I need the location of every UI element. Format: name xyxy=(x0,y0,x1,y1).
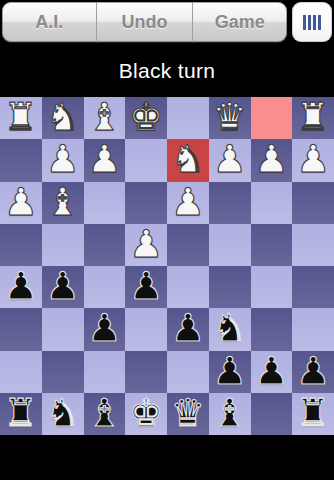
square-b8[interactable] xyxy=(251,393,293,435)
square-g5[interactable]: ♟ xyxy=(42,266,84,308)
toolbar: A.I. Undo Game xyxy=(0,0,334,44)
black-pawn: ♟ xyxy=(254,352,288,390)
ai-button[interactable]: A.I. xyxy=(2,2,97,42)
black-bishop: ♝ xyxy=(213,394,247,432)
square-c8[interactable]: ♝ xyxy=(209,393,251,435)
square-d1[interactable] xyxy=(167,97,209,139)
square-c4[interactable] xyxy=(209,224,251,266)
square-e4[interactable]: ♟ xyxy=(125,224,167,266)
black-bishop: ♝ xyxy=(87,394,121,432)
white-king: ♚ xyxy=(129,98,163,136)
square-b6[interactable] xyxy=(251,308,293,350)
white-queen: ♛ xyxy=(213,98,247,136)
black-pawn: ♟ xyxy=(4,267,38,305)
square-h2[interactable] xyxy=(0,139,42,181)
square-a7[interactable]: ♟ xyxy=(292,351,334,393)
square-g4[interactable] xyxy=(42,224,84,266)
square-h1[interactable]: ♜ xyxy=(0,97,42,139)
square-h3[interactable]: ♟ xyxy=(0,182,42,224)
square-c5[interactable] xyxy=(209,266,251,308)
chess-board: ♜♞♝♚♛♜♟♟♞♟♟♟♟♝♟♟♟♟♟♟♟♞♟♟♟♜♞♝♚♛♝♜ xyxy=(0,97,334,435)
square-f3[interactable] xyxy=(84,182,126,224)
square-f8[interactable]: ♝ xyxy=(84,393,126,435)
white-pawn: ♟ xyxy=(87,140,121,178)
square-f7[interactable] xyxy=(84,351,126,393)
move-list-button[interactable] xyxy=(292,2,332,42)
black-knight: ♞ xyxy=(213,309,247,347)
square-b4[interactable] xyxy=(251,224,293,266)
toolbar-segmented-control: A.I. Undo Game xyxy=(2,2,287,42)
white-pawn: ♟ xyxy=(4,183,38,221)
undo-button[interactable]: Undo xyxy=(97,2,192,42)
square-f4[interactable] xyxy=(84,224,126,266)
bottom-filler xyxy=(0,435,334,480)
square-c3[interactable] xyxy=(209,182,251,224)
square-e7[interactable] xyxy=(125,351,167,393)
square-a6[interactable] xyxy=(292,308,334,350)
square-e2[interactable] xyxy=(125,139,167,181)
square-h4[interactable] xyxy=(0,224,42,266)
black-pawn: ♟ xyxy=(296,352,330,390)
status-bar: Black turn xyxy=(0,44,334,97)
white-knight: ♞ xyxy=(46,98,80,136)
square-h7[interactable] xyxy=(0,351,42,393)
move-list-bars-icon xyxy=(303,15,321,30)
black-pawn: ♟ xyxy=(46,267,80,305)
square-b1[interactable] xyxy=(251,97,293,139)
square-c6[interactable]: ♞ xyxy=(209,308,251,350)
turn-indicator: Black turn xyxy=(119,59,215,83)
square-b7[interactable]: ♟ xyxy=(251,351,293,393)
white-pawn: ♟ xyxy=(171,183,205,221)
square-a2[interactable]: ♟ xyxy=(292,139,334,181)
square-c7[interactable]: ♟ xyxy=(209,351,251,393)
square-h6[interactable] xyxy=(0,308,42,350)
square-h5[interactable]: ♟ xyxy=(0,266,42,308)
white-pawn: ♟ xyxy=(296,140,330,178)
square-a4[interactable] xyxy=(292,224,334,266)
square-f2[interactable]: ♟ xyxy=(84,139,126,181)
black-pawn: ♟ xyxy=(129,267,163,305)
white-pawn: ♟ xyxy=(129,225,163,263)
square-b2[interactable]: ♟ xyxy=(251,139,293,181)
app-screen: A.I. Undo Game Black turn ♜♞♝♚♛♜♟♟♞♟♟♟♟♝… xyxy=(0,0,334,480)
square-g3[interactable]: ♝ xyxy=(42,182,84,224)
black-queen: ♛ xyxy=(171,394,205,432)
square-a5[interactable] xyxy=(292,266,334,308)
white-rook: ♜ xyxy=(296,98,330,136)
square-b3[interactable] xyxy=(251,182,293,224)
white-bishop: ♝ xyxy=(87,98,121,136)
square-g1[interactable]: ♞ xyxy=(42,97,84,139)
square-f1[interactable]: ♝ xyxy=(84,97,126,139)
square-a1[interactable]: ♜ xyxy=(292,97,334,139)
square-g6[interactable] xyxy=(42,308,84,350)
square-e1[interactable]: ♚ xyxy=(125,97,167,139)
square-h8[interactable]: ♜ xyxy=(0,393,42,435)
game-button[interactable]: Game xyxy=(193,2,287,42)
square-d8[interactable]: ♛ xyxy=(167,393,209,435)
square-e8[interactable]: ♚ xyxy=(125,393,167,435)
square-d6[interactable]: ♟ xyxy=(167,308,209,350)
black-pawn: ♟ xyxy=(213,352,247,390)
square-b5[interactable] xyxy=(251,266,293,308)
black-knight: ♞ xyxy=(46,394,80,432)
square-a3[interactable] xyxy=(292,182,334,224)
black-rook: ♜ xyxy=(296,394,330,432)
square-g7[interactable] xyxy=(42,351,84,393)
square-g8[interactable]: ♞ xyxy=(42,393,84,435)
square-g2[interactable]: ♟ xyxy=(42,139,84,181)
square-a8[interactable]: ♜ xyxy=(292,393,334,435)
square-d5[interactable] xyxy=(167,266,209,308)
black-king: ♚ xyxy=(129,394,163,432)
white-rook: ♜ xyxy=(4,98,38,136)
black-pawn: ♟ xyxy=(171,309,205,347)
square-c2[interactable]: ♟ xyxy=(209,139,251,181)
white-pawn: ♟ xyxy=(254,140,288,178)
square-d2[interactable]: ♞ xyxy=(167,139,209,181)
square-d3[interactable]: ♟ xyxy=(167,182,209,224)
square-c1[interactable]: ♛ xyxy=(209,97,251,139)
black-pawn: ♟ xyxy=(87,309,121,347)
white-bishop: ♝ xyxy=(46,183,80,221)
square-e5[interactable]: ♟ xyxy=(125,266,167,308)
black-rook: ♜ xyxy=(4,394,38,432)
white-pawn: ♟ xyxy=(213,140,247,178)
square-f5[interactable] xyxy=(84,266,126,308)
square-d4[interactable] xyxy=(167,224,209,266)
white-pawn: ♟ xyxy=(46,140,80,178)
square-f6[interactable]: ♟ xyxy=(84,308,126,350)
square-d7[interactable] xyxy=(167,351,209,393)
square-e6[interactable] xyxy=(125,308,167,350)
white-knight: ♞ xyxy=(171,140,205,178)
square-e3[interactable] xyxy=(125,182,167,224)
